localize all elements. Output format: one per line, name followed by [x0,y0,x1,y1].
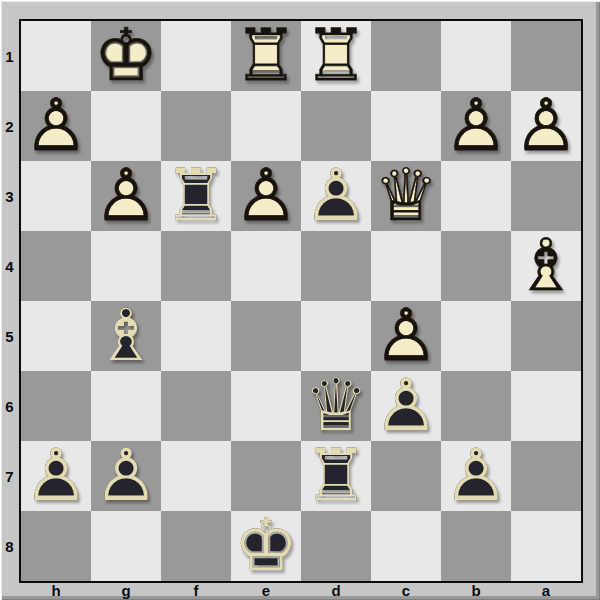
square-h1[interactable] [21,21,91,91]
file-label-f: f [161,583,231,599]
white-pawn[interactable]: ♟♙ [371,301,441,371]
white-pawn[interactable]: ♟♙ [441,91,511,161]
king-outline-glyph: ♔ [231,511,301,581]
square-g5[interactable]: ♝♗ [91,301,161,371]
square-c6[interactable]: ♟♙ [371,371,441,441]
square-a4[interactable]: ♝♗ [511,231,581,301]
file-label-h: h [21,583,91,599]
square-a3[interactable] [511,161,581,231]
pawn-outline-glyph: ♙ [371,301,441,371]
square-d5[interactable] [301,301,371,371]
square-c4[interactable] [371,231,441,301]
square-f2[interactable] [161,91,231,161]
square-f7[interactable] [161,441,231,511]
black-pawn[interactable]: ♟♙ [91,441,161,511]
square-b8[interactable] [441,511,511,581]
square-g4[interactable] [91,231,161,301]
square-f5[interactable] [161,301,231,371]
white-bishop[interactable]: ♝♗ [511,231,581,301]
square-g1[interactable]: ♚♔ [91,21,161,91]
square-b1[interactable] [441,21,511,91]
rank-label-4: 4 [0,231,19,301]
square-f1[interactable] [161,21,231,91]
square-a2[interactable]: ♟♙ [511,91,581,161]
square-e6[interactable] [231,371,301,441]
square-d8[interactable] [301,511,371,581]
black-pawn[interactable]: ♟♙ [21,441,91,511]
black-pawn[interactable]: ♟♙ [301,161,371,231]
rank-label-5: 5 [0,301,19,371]
rank-label-1: 1 [0,21,19,91]
bishop-outline-glyph: ♗ [511,231,581,301]
black-rook[interactable]: ♜♖ [301,441,371,511]
pawn-outline-glyph: ♙ [21,91,91,161]
square-f3[interactable]: ♜♖ [161,161,231,231]
square-b7[interactable]: ♟♙ [441,441,511,511]
square-h4[interactable] [21,231,91,301]
white-pawn[interactable]: ♟♙ [511,91,581,161]
square-d2[interactable] [301,91,371,161]
pawn-outline-glyph: ♙ [21,441,91,511]
square-b4[interactable] [441,231,511,301]
bishop-outline-glyph: ♗ [91,301,161,371]
rook-outline-glyph: ♖ [161,161,231,231]
file-label-e: e [231,583,301,599]
pawn-outline-glyph: ♙ [441,441,511,511]
square-g3[interactable]: ♟♙ [91,161,161,231]
file-label-c: c [371,583,441,599]
queen-outline-glyph: ♕ [371,161,441,231]
rank-label-7: 7 [0,441,19,511]
white-pawn[interactable]: ♟♙ [21,91,91,161]
queen-outline-glyph: ♕ [301,371,371,441]
file-label-a: a [511,583,581,599]
square-e3[interactable]: ♟♙ [231,161,301,231]
white-pawn[interactable]: ♟♙ [231,161,301,231]
square-f8[interactable] [161,511,231,581]
square-h8[interactable] [21,511,91,581]
board-frame: 12345678 ♚♔♜♖♜♖♟♙♟♙♟♙♟♙♜♖♟♙♟♙♛♕♝♗♝♗♟♙♛♕♟… [0,0,600,600]
file-label-g: g [91,583,161,599]
square-g8[interactable] [91,511,161,581]
white-queen[interactable]: ♛♕ [371,161,441,231]
black-bishop[interactable]: ♝♗ [91,301,161,371]
rank-label-8: 8 [0,511,19,581]
square-e1[interactable]: ♜♖ [231,21,301,91]
square-h3[interactable] [21,161,91,231]
square-e8[interactable]: ♚♔ [231,511,301,581]
square-c3[interactable]: ♛♕ [371,161,441,231]
white-rook[interactable]: ♜♖ [231,21,301,91]
square-e5[interactable] [231,301,301,371]
rank-label-6: 6 [0,371,19,441]
square-f6[interactable] [161,371,231,441]
square-g6[interactable] [91,371,161,441]
file-labels: hgfedcba [21,583,581,599]
white-king[interactable]: ♚♔ [91,21,161,91]
file-label-d: d [301,583,371,599]
pawn-outline-glyph: ♙ [441,91,511,161]
square-b2[interactable]: ♟♙ [441,91,511,161]
square-a5[interactable] [511,301,581,371]
rank-label-2: 2 [0,91,19,161]
rook-outline-glyph: ♖ [301,441,371,511]
board-grid: ♚♔♜♖♜♖♟♙♟♙♟♙♟♙♜♖♟♙♟♙♛♕♝♗♝♗♟♙♛♕♟♙♟♙♟♙♜♖♟♙… [19,19,583,583]
square-g2[interactable] [91,91,161,161]
king-outline-glyph: ♔ [91,21,161,91]
square-h2[interactable]: ♟♙ [21,91,91,161]
black-rook[interactable]: ♜♖ [161,161,231,231]
pawn-outline-glyph: ♙ [91,441,161,511]
square-f4[interactable] [161,231,231,301]
square-b5[interactable] [441,301,511,371]
square-a6[interactable] [511,371,581,441]
pawn-outline-glyph: ♙ [231,161,301,231]
square-b6[interactable] [441,371,511,441]
square-c8[interactable] [371,511,441,581]
pawn-outline-glyph: ♙ [301,161,371,231]
file-label-b: b [441,583,511,599]
square-d3[interactable]: ♟♙ [301,161,371,231]
square-c7[interactable] [371,441,441,511]
square-c2[interactable] [371,91,441,161]
white-pawn[interactable]: ♟♙ [91,161,161,231]
square-b3[interactable] [441,161,511,231]
square-g7[interactable]: ♟♙ [91,441,161,511]
square-d7[interactable]: ♜♖ [301,441,371,511]
square-e4[interactable] [231,231,301,301]
square-h6[interactable] [21,371,91,441]
square-e7[interactable] [231,441,301,511]
square-c5[interactable]: ♟♙ [371,301,441,371]
square-c1[interactable] [371,21,441,91]
square-d6[interactable]: ♛♕ [301,371,371,441]
square-e2[interactable] [231,91,301,161]
pawn-outline-glyph: ♙ [91,161,161,231]
pawn-outline-glyph: ♙ [371,371,441,441]
black-pawn[interactable]: ♟♙ [441,441,511,511]
square-h7[interactable]: ♟♙ [21,441,91,511]
pawn-outline-glyph: ♙ [511,91,581,161]
rook-outline-glyph: ♖ [231,21,301,91]
square-a1[interactable] [511,21,581,91]
black-queen[interactable]: ♛♕ [301,371,371,441]
square-d1[interactable]: ♜♖ [301,21,371,91]
black-king[interactable]: ♚♔ [231,511,301,581]
rook-outline-glyph: ♖ [301,21,371,91]
white-rook[interactable]: ♜♖ [301,21,371,91]
rank-labels: 12345678 [0,21,19,581]
rank-label-3: 3 [0,161,19,231]
square-a8[interactable] [511,511,581,581]
black-pawn[interactable]: ♟♙ [371,371,441,441]
square-d4[interactable] [301,231,371,301]
square-a7[interactable] [511,441,581,511]
square-h5[interactable] [21,301,91,371]
